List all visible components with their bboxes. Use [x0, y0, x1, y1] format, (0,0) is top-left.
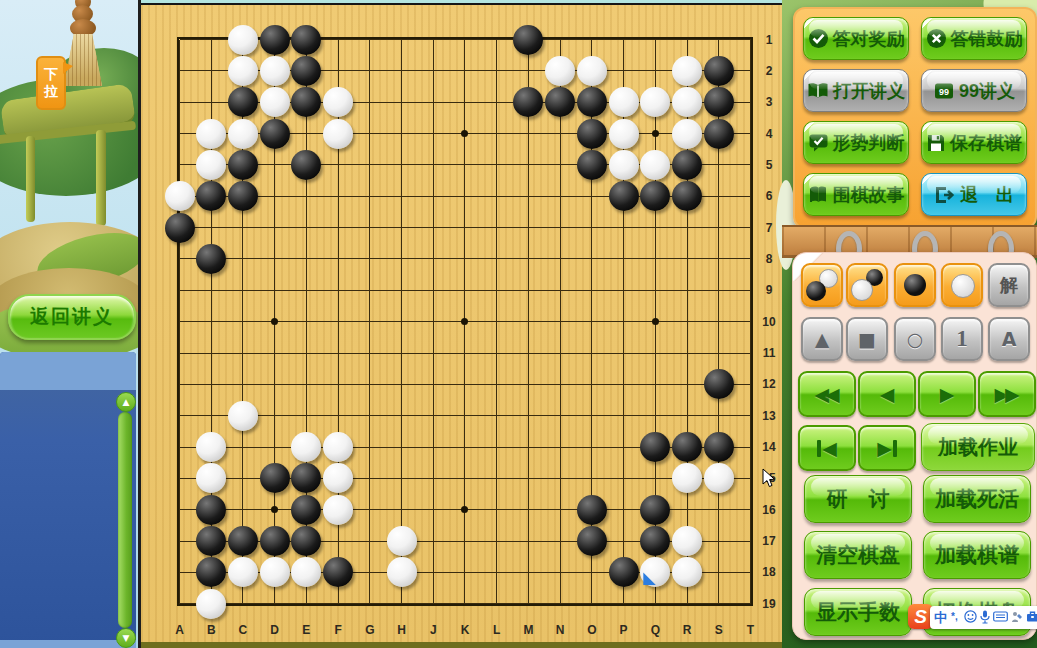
button-打开讲义[interactable]: 打开讲义 — [803, 69, 909, 112]
white-stone-P3[interactable] — [609, 87, 639, 117]
white-stone-R3[interactable] — [672, 87, 702, 117]
annotation-○-button[interactable]: ○ — [894, 317, 936, 361]
action-button-加载死活[interactable]: 加载死活 — [923, 475, 1031, 523]
black-stone-E16[interactable] — [291, 495, 321, 525]
solve-label: 解 — [1000, 273, 1018, 297]
white-stone-R4[interactable] — [672, 119, 702, 149]
left-sidebar: 下拉 返回讲义 ▲ ▼ — [0, 0, 138, 648]
open-book-icon — [807, 82, 829, 100]
scroll-down-button[interactable]: ▼ — [116, 628, 136, 648]
white-stone-C4[interactable] — [228, 119, 258, 149]
black-stone-C17[interactable] — [228, 526, 258, 556]
top-strip-line — [141, 3, 785, 5]
annotation-glyph: ▲ — [815, 328, 830, 350]
playback-rewind-button[interactable]: ◀◀ — [798, 371, 856, 417]
check-circle-icon — [808, 28, 829, 49]
black-stone-E1[interactable] — [291, 25, 321, 55]
black-stone-O4[interactable] — [577, 119, 607, 149]
column-label: G — [360, 623, 380, 637]
column-label: F — [328, 623, 348, 637]
white-stone-Q5[interactable] — [640, 150, 670, 180]
button-答对奖励[interactable]: 答对奖励 — [803, 17, 909, 60]
row-label: 19 — [757, 597, 781, 611]
story-book-icon — [808, 185, 829, 204]
annotation-glyph: 1 — [956, 326, 968, 352]
scrollbar-thumb[interactable] — [118, 412, 132, 628]
black-stone-D4[interactable] — [260, 119, 290, 149]
column-label: H — [392, 623, 412, 637]
playback-step-forward-button[interactable]: ▶ — [918, 371, 976, 417]
white-stone-B5[interactable] — [196, 150, 226, 180]
playback-step-back-button[interactable]: ◀ — [858, 371, 916, 417]
back-to-lecture-button[interactable]: 返回讲义 — [8, 294, 136, 340]
black-stone-P18[interactable] — [609, 557, 639, 587]
annotation-glyph: A — [1002, 328, 1017, 350]
tools-panel: 解▲■○1A◀◀◀▶▶▶◀▶加载作业研 讨加载死活清空棋盘加载棋谱显示手数切换棋… — [792, 252, 1037, 640]
white-stone-R17[interactable] — [672, 526, 702, 556]
smiley-icon[interactable] — [964, 610, 977, 625]
action-button-加载棋谱[interactable]: 加载棋谱 — [923, 531, 1031, 579]
bubble-tail-icon — [63, 62, 73, 74]
black-stone-D1[interactable] — [260, 25, 290, 55]
annotation-▲-button[interactable]: ▲ — [801, 317, 843, 361]
reward-panel: 答对奖励答错鼓励打开讲义9999讲义形势判断保存棋谱围棋故事退 出 — [793, 7, 1037, 229]
black-stone-C6[interactable] — [228, 181, 258, 211]
annotation-glyph: ■ — [858, 328, 876, 350]
black-stone-S2[interactable] — [704, 56, 734, 86]
svg-text:*,: *, — [951, 611, 958, 622]
button-label: 围棋故事 — [833, 183, 905, 207]
white-stone-D18[interactable] — [260, 557, 290, 587]
lecture-list-panel[interactable]: ▲ ▼ — [0, 352, 136, 648]
column-label: D — [265, 623, 285, 637]
black-stone-D17[interactable] — [260, 526, 290, 556]
white-stone-H18[interactable] — [387, 557, 417, 587]
black-stone-B8[interactable] — [196, 244, 226, 274]
stone-mode-place-black[interactable] — [894, 263, 936, 307]
column-label: C — [233, 623, 253, 637]
pavilion-column-art — [26, 136, 35, 222]
book-99-icon: 99 — [933, 82, 955, 100]
playback-fast-forward-button[interactable]: ▶▶ — [978, 371, 1036, 417]
black-stone-icon — [806, 281, 826, 301]
black-stone-D15[interactable] — [260, 463, 290, 493]
column-label: N — [550, 623, 570, 637]
tassel-icon[interactable] — [70, 0, 96, 38]
row-label: 11 — [757, 346, 781, 360]
button-形势判断[interactable]: 形势判断 — [803, 121, 909, 164]
button-label: 保存棋谱 — [950, 131, 1022, 155]
right-panel: 答对奖励答错鼓励打开讲义9999讲义形势判断保存棋谱围棋故事退 出 解▲■○1A… — [782, 0, 1037, 648]
white-stone-D2[interactable] — [260, 56, 290, 86]
row-label: 4 — [757, 127, 781, 141]
button-label: 退 出 — [960, 183, 1014, 207]
row-label: 12 — [757, 377, 781, 391]
row-label: 13 — [757, 409, 781, 423]
row-label: 14 — [757, 440, 781, 454]
black-stone-O17[interactable] — [577, 526, 607, 556]
toolbox-icon[interactable] — [1026, 611, 1037, 624]
black-stone-O16[interactable] — [577, 495, 607, 525]
white-stone-N2[interactable] — [545, 56, 575, 86]
keyboard-icon[interactable] — [993, 611, 1008, 624]
star-point — [652, 318, 659, 325]
black-stone-S3[interactable] — [704, 87, 734, 117]
app-window: 下拉 返回讲义 ▲ ▼ ABCDEFGHJKLMNOPQRST123456789… — [0, 0, 1037, 648]
column-label: Q — [645, 623, 665, 637]
column-label: E — [296, 623, 316, 637]
white-stone-C2[interactable] — [228, 56, 258, 86]
white-stone-P5[interactable] — [609, 150, 639, 180]
column-label: T — [740, 623, 760, 637]
white-stone-R2[interactable] — [672, 56, 702, 86]
row-label: 18 — [757, 565, 781, 579]
black-stone-C5[interactable] — [228, 150, 258, 180]
column-label: J — [423, 623, 443, 637]
playback-to-start-button[interactable]: ◀ — [798, 425, 856, 471]
button-label: 答对奖励 — [833, 27, 905, 51]
black-stone-Q16[interactable] — [640, 495, 670, 525]
goban[interactable]: ABCDEFGHJKLMNOPQRST123456789101112131415… — [138, 0, 787, 648]
column-label: B — [201, 623, 221, 637]
button-保存棋谱[interactable]: 保存棋谱 — [921, 121, 1027, 164]
x-circle-icon — [926, 28, 947, 49]
stone-mode-solve[interactable]: 解 — [988, 263, 1030, 307]
black-stone-C3[interactable] — [228, 87, 258, 117]
action-button-显示手数[interactable]: 显示手数 — [804, 588, 912, 636]
tassel-fringe-icon[interactable] — [64, 34, 102, 86]
judge-bubble-icon — [808, 133, 829, 153]
scroll-up-button[interactable]: ▲ — [116, 392, 136, 412]
playback-to-end-button[interactable]: ▶ — [858, 425, 916, 471]
black-stone-S4[interactable] — [704, 119, 734, 149]
button-答错鼓励[interactable]: 答错鼓励 — [921, 17, 1027, 60]
black-stone-S12[interactable] — [704, 369, 734, 399]
white-stone-P4[interactable] — [609, 119, 639, 149]
white-stone-C13[interactable] — [228, 401, 258, 431]
pavilion-column-art — [96, 130, 106, 226]
row-label: 2 — [757, 64, 781, 78]
column-label: O — [582, 623, 602, 637]
row-label: 16 — [757, 503, 781, 517]
punctuation-icon[interactable]: *, — [950, 611, 961, 625]
mouse-cursor-icon — [762, 468, 776, 488]
white-stone-F16[interactable] — [323, 495, 353, 525]
black-stone-R5[interactable] — [672, 150, 702, 180]
button-label: 形势判断 — [833, 131, 905, 155]
column-label: A — [170, 623, 190, 637]
row-label: 9 — [757, 283, 781, 297]
action-button-研讨[interactable]: 研 讨 — [804, 475, 912, 523]
stone-mode-alternate-white-first[interactable] — [846, 263, 888, 307]
white-stone-D3[interactable] — [260, 87, 290, 117]
action-button-清空棋盘[interactable]: 清空棋盘 — [804, 531, 912, 579]
black-stone-O5[interactable] — [577, 150, 607, 180]
row-label: 3 — [757, 95, 781, 109]
button-label: 答错鼓励 — [951, 27, 1023, 51]
save-icon — [926, 133, 946, 153]
white-stone-F4[interactable] — [323, 119, 353, 149]
row-label: 5 — [757, 158, 781, 172]
white-stone-B19[interactable] — [196, 589, 226, 619]
white-stone-icon — [851, 279, 873, 301]
microphone-icon[interactable] — [980, 610, 990, 626]
white-stone-F14[interactable] — [323, 432, 353, 462]
handwriting-icon[interactable] — [1011, 611, 1023, 625]
move-marker-triangle-icon — [643, 572, 656, 585]
lecture-list-header — [0, 352, 136, 390]
pull-down-tab[interactable]: 下拉 — [36, 56, 66, 110]
black-stone-M1[interactable] — [513, 25, 543, 55]
stone-mode-place-white[interactable] — [941, 263, 983, 307]
black-stone-R14[interactable] — [672, 432, 702, 462]
annotation-■-button[interactable]: ■ — [846, 317, 888, 361]
column-label: P — [614, 623, 634, 637]
button-label: 打开讲义 — [833, 79, 905, 103]
ime-toolbar[interactable]: 中 *, — [930, 606, 1037, 629]
annotation-1-button[interactable]: 1 — [941, 317, 983, 361]
exit-icon — [934, 185, 956, 205]
black-stone-A7[interactable] — [165, 213, 195, 243]
row-label: 1 — [757, 33, 781, 47]
stone-mode-alternate-black-first[interactable] — [801, 263, 843, 307]
column-label: L — [487, 623, 507, 637]
black-stone-B16[interactable] — [196, 495, 226, 525]
black-stone-S14[interactable] — [704, 432, 734, 462]
white-stone-B4[interactable] — [196, 119, 226, 149]
bottom-strip — [141, 642, 785, 648]
row-label: 17 — [757, 534, 781, 548]
black-stone-icon — [904, 274, 926, 296]
button-退 出[interactable]: 退 出 — [921, 173, 1027, 216]
column-label: S — [709, 623, 729, 637]
button-围棋故事[interactable]: 围棋故事 — [803, 173, 909, 216]
button-99讲义[interactable]: 9999讲义 — [921, 69, 1027, 112]
column-label: M — [518, 623, 538, 637]
white-stone-icon — [951, 274, 975, 298]
annotation-A-button[interactable]: A — [988, 317, 1030, 361]
svg-text:99: 99 — [939, 86, 949, 96]
star-point — [652, 130, 659, 137]
row-label: 10 — [757, 315, 781, 329]
annotation-glyph: ○ — [907, 328, 924, 350]
black-stone-P6[interactable] — [609, 181, 639, 211]
white-stone-S15[interactable] — [704, 463, 734, 493]
load-homework-button[interactable]: 加载作业 — [921, 423, 1035, 471]
ime-language-indicator[interactable]: 中 — [934, 611, 947, 624]
column-label: K — [455, 623, 475, 637]
white-stone-O2[interactable] — [577, 56, 607, 86]
button-label: 99讲义 — [959, 79, 1015, 103]
white-stone-A6[interactable] — [165, 181, 195, 211]
white-stone-H17[interactable] — [387, 526, 417, 556]
black-stone-O3[interactable] — [577, 87, 607, 117]
column-label: R — [677, 623, 697, 637]
pull-down-label: 下拉 — [44, 66, 58, 100]
white-stone-C1[interactable] — [228, 25, 258, 55]
